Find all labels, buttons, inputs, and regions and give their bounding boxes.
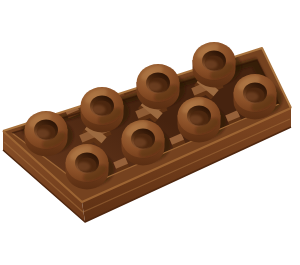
- hole-inner-lit-wall: [133, 138, 147, 147]
- hole-inner-lit-wall: [36, 129, 50, 138]
- product-image-canvas: [0, 0, 300, 265]
- hole-inner-lit-wall: [245, 92, 259, 101]
- hole-inner-lit-wall: [77, 162, 91, 171]
- hole-inner-lit-wall: [204, 60, 218, 69]
- hole-inner-lit-wall: [148, 82, 162, 91]
- hole-inner-lit-wall: [92, 105, 106, 114]
- lego-plate-render: [0, 0, 300, 265]
- hole-inner-lit-wall: [189, 115, 203, 124]
